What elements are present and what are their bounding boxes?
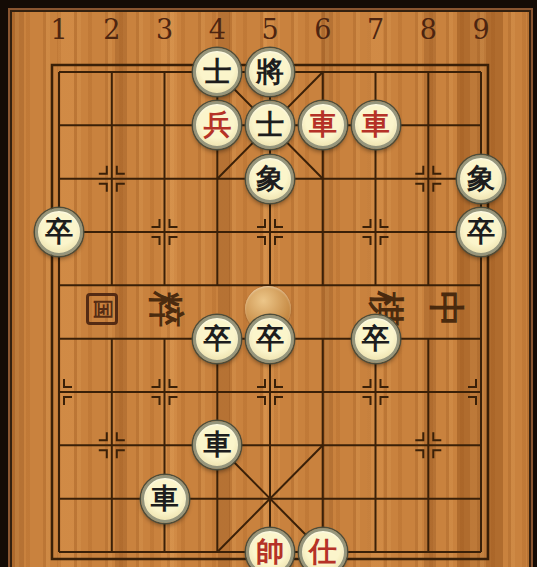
piece-black-advisor[interactable]: 士 [246, 101, 294, 149]
piece-red-advisor[interactable]: 仕 [299, 528, 347, 567]
file-label-2: 2 [92, 14, 132, 45]
piece-black-elephant[interactable]: 象 [246, 155, 294, 203]
river-text-cui: 粹 [141, 291, 190, 327]
file-label-8: 8 [408, 14, 448, 45]
river-seal-square: 国 [86, 293, 118, 325]
piece-black-elephant[interactable]: 象 [457, 155, 505, 203]
piece-black-soldier[interactable]: 卒 [457, 208, 505, 256]
piece-black-advisor[interactable]: 士 [193, 48, 241, 96]
file-label-7: 7 [356, 14, 396, 45]
file-label-3: 3 [145, 14, 185, 45]
piece-black-general[interactable]: 將 [246, 48, 294, 96]
piece-black-soldier[interactable]: 卒 [246, 315, 294, 363]
seal-character: 国 [89, 299, 116, 319]
file-label-4: 4 [197, 14, 237, 45]
file-label-5: 5 [250, 14, 290, 45]
xiangqi-app: { "game": "xiangqi", "title": "Chinese C… [0, 0, 537, 567]
piece-black-soldier[interactable]: 卒 [35, 208, 83, 256]
piece-black-soldier[interactable]: 卒 [352, 315, 400, 363]
file-label-9: 9 [461, 14, 501, 45]
piece-red-chariot[interactable]: 車 [352, 101, 400, 149]
file-label-1: 1 [39, 14, 79, 45]
piece-red-chariot[interactable]: 車 [299, 101, 347, 149]
piece-black-soldier[interactable]: 卒 [193, 315, 241, 363]
river-text-zhong: 中 [421, 291, 470, 327]
file-label-6: 6 [303, 14, 343, 45]
piece-black-chariot[interactable]: 車 [141, 475, 189, 523]
